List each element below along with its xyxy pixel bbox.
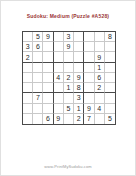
cell-r2c6 [74,42,84,52]
cell-r4c8: 1 [95,63,105,73]
cell-r4c7 [84,63,94,73]
cell-r1c6 [74,32,84,42]
cell-r2c7 [84,42,94,52]
cell-r3c9 [105,52,115,62]
cell-r7c5 [64,93,74,103]
cell-r5c1 [23,73,33,83]
cell-r7c9 [105,93,115,103]
cell-r2c9 [105,42,115,52]
cell-r4c2 [33,63,43,73]
page-container: Sudoku: Medium (Puzzle #A528) 5938369291… [0,0,136,176]
cell-r9c6: 2 [74,114,84,124]
sudoku-grid: 5938369291429618273519469275 [22,31,116,125]
cell-r1c4 [54,32,64,42]
cell-r7c4 [54,93,64,103]
cell-r8c2 [33,104,43,114]
cell-r7c3 [43,93,53,103]
cell-r3c5 [64,52,74,62]
cell-r2c3 [43,42,53,52]
cell-r6c3 [43,83,53,93]
cell-r1c9: 8 [105,32,115,42]
cell-r7c1 [23,93,33,103]
cell-r6c8: 2 [95,83,105,93]
cell-r4c3 [43,63,53,73]
cell-r6c5: 1 [64,83,74,93]
page-title: Sudoku: Medium (Puzzle #A528) [1,13,135,19]
cell-r8c1 [23,104,33,114]
cell-r5c5: 2 [64,73,74,83]
cell-r3c7 [84,52,94,62]
cell-r5c9 [105,73,115,83]
cell-r1c7 [84,32,94,42]
cell-r7c6: 3 [74,93,84,103]
cell-r6c9 [105,83,115,93]
cell-r9c4: 9 [54,114,64,124]
cell-r5c3 [43,73,53,83]
cell-r3c6 [74,52,84,62]
cell-r9c1 [23,114,33,124]
footer-url: www.PrintMySudoku.com [1,164,135,169]
cell-r8c4 [54,104,64,114]
cell-r6c4 [54,83,64,93]
cell-r2c2: 6 [33,42,43,52]
cell-r8c5: 5 [64,104,74,114]
cell-r1c5: 3 [64,32,74,42]
cell-r4c4 [54,63,64,73]
cell-r6c6: 8 [74,83,84,93]
cell-r4c6 [74,63,84,73]
cell-r9c2 [33,114,43,124]
cell-r1c1 [23,32,33,42]
cell-r5c8: 6 [95,73,105,83]
cell-r6c1 [23,83,33,93]
cell-r5c7 [84,73,94,83]
cell-r4c9 [105,63,115,73]
cell-r8c7: 9 [84,104,94,114]
cell-r5c4: 4 [54,73,64,83]
cell-r3c2 [33,52,43,62]
cell-r9c3: 6 [43,114,53,124]
cell-r2c8 [95,42,105,52]
cell-r8c8: 4 [95,104,105,114]
cell-r3c8: 9 [95,52,105,62]
cell-r9c7: 7 [84,114,94,124]
cell-r3c4 [54,52,64,62]
cell-r1c2: 5 [33,32,43,42]
cell-r5c6: 9 [74,73,84,83]
cell-r3c1: 2 [23,52,33,62]
cell-r5c2 [33,73,43,83]
cell-r8c9 [105,104,115,114]
cell-r1c3: 9 [43,32,53,42]
cell-r9c8 [95,114,105,124]
cell-r2c5: 9 [64,42,74,52]
cell-r7c7 [84,93,94,103]
cell-r9c5 [64,114,74,124]
cell-r4c1 [23,63,33,73]
cell-r1c8 [95,32,105,42]
cell-r4c5 [64,63,74,73]
cell-r6c2 [33,83,43,93]
cell-r3c3 [43,52,53,62]
cell-r8c3 [43,104,53,114]
cell-r7c8 [95,93,105,103]
cell-r8c6: 1 [74,104,84,114]
cell-r9c9: 5 [105,114,115,124]
cell-r7c2: 7 [33,93,43,103]
cell-r6c7 [84,83,94,93]
cell-r2c1: 3 [23,42,33,52]
cell-r2c4 [54,42,64,52]
